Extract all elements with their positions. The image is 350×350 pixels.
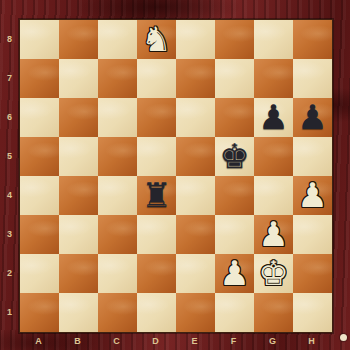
black-pawn[interactable]: ♟ xyxy=(293,98,332,137)
square-e6[interactable] xyxy=(176,98,215,137)
square-h1[interactable] xyxy=(293,293,332,332)
file-label-c: C xyxy=(97,333,136,348)
square-f5[interactable]: ♚ xyxy=(215,137,254,176)
square-g5[interactable] xyxy=(254,137,293,176)
square-f4[interactable] xyxy=(215,176,254,215)
rank-label-7: 7 xyxy=(0,58,19,97)
black-pawn[interactable]: ♟ xyxy=(254,98,293,137)
rank-label-5: 5 xyxy=(0,136,19,175)
square-b8[interactable] xyxy=(59,20,98,59)
chess-board-frame: 87654321 ♞♟♟♚♜♟♟♟♚ ABCDEFGH xyxy=(0,0,350,350)
square-a7[interactable] xyxy=(20,59,59,98)
chess-board[interactable]: ♞♟♟♚♜♟♟♟♚ xyxy=(19,19,333,333)
square-a1[interactable] xyxy=(20,293,59,332)
square-b2[interactable] xyxy=(59,254,98,293)
square-g4[interactable] xyxy=(254,176,293,215)
square-b1[interactable] xyxy=(59,293,98,332)
square-b3[interactable] xyxy=(59,215,98,254)
square-e2[interactable] xyxy=(176,254,215,293)
rank-label-2: 2 xyxy=(0,253,19,292)
square-f3[interactable] xyxy=(215,215,254,254)
file-label-h: H xyxy=(292,333,331,348)
square-h8[interactable] xyxy=(293,20,332,59)
square-f8[interactable] xyxy=(215,20,254,59)
white-king[interactable]: ♚ xyxy=(254,254,293,293)
black-king[interactable]: ♚ xyxy=(215,137,254,176)
square-e8[interactable] xyxy=(176,20,215,59)
square-a3[interactable] xyxy=(20,215,59,254)
square-g6[interactable]: ♟ xyxy=(254,98,293,137)
square-c5[interactable] xyxy=(98,137,137,176)
rank-label-8: 8 xyxy=(0,19,19,58)
file-label-f: F xyxy=(214,333,253,348)
square-g7[interactable] xyxy=(254,59,293,98)
square-d4[interactable]: ♜ xyxy=(137,176,176,215)
square-a2[interactable] xyxy=(20,254,59,293)
square-d3[interactable] xyxy=(137,215,176,254)
square-h4[interactable]: ♟ xyxy=(293,176,332,215)
square-a4[interactable] xyxy=(20,176,59,215)
rank-label-6: 6 xyxy=(0,97,19,136)
square-c4[interactable] xyxy=(98,176,137,215)
file-labels: ABCDEFGH xyxy=(19,333,331,350)
square-c6[interactable] xyxy=(98,98,137,137)
file-label-e: E xyxy=(175,333,214,348)
square-h5[interactable] xyxy=(293,137,332,176)
square-d1[interactable] xyxy=(137,293,176,332)
square-d8[interactable]: ♞ xyxy=(137,20,176,59)
square-g8[interactable] xyxy=(254,20,293,59)
square-b4[interactable] xyxy=(59,176,98,215)
side-to-move-indicator xyxy=(340,334,347,341)
square-b6[interactable] xyxy=(59,98,98,137)
square-g3[interactable]: ♟ xyxy=(254,215,293,254)
square-h6[interactable]: ♟ xyxy=(293,98,332,137)
square-d2[interactable] xyxy=(137,254,176,293)
square-f6[interactable] xyxy=(215,98,254,137)
square-d7[interactable] xyxy=(137,59,176,98)
file-label-d: D xyxy=(136,333,175,348)
square-d6[interactable] xyxy=(137,98,176,137)
file-label-g: G xyxy=(253,333,292,348)
square-g2[interactable]: ♚ xyxy=(254,254,293,293)
square-c1[interactable] xyxy=(98,293,137,332)
white-pawn[interactable]: ♟ xyxy=(293,176,332,215)
file-label-b: B xyxy=(58,333,97,348)
square-h3[interactable] xyxy=(293,215,332,254)
rank-label-3: 3 xyxy=(0,214,19,253)
square-b7[interactable] xyxy=(59,59,98,98)
rank-label-1: 1 xyxy=(0,292,19,331)
square-c8[interactable] xyxy=(98,20,137,59)
square-h2[interactable] xyxy=(293,254,332,293)
square-g1[interactable] xyxy=(254,293,293,332)
square-b5[interactable] xyxy=(59,137,98,176)
square-a6[interactable] xyxy=(20,98,59,137)
square-e4[interactable] xyxy=(176,176,215,215)
white-pawn[interactable]: ♟ xyxy=(254,215,293,254)
file-label-a: A xyxy=(19,333,58,348)
white-knight[interactable]: ♞ xyxy=(137,20,176,59)
square-f2[interactable]: ♟ xyxy=(215,254,254,293)
square-e3[interactable] xyxy=(176,215,215,254)
square-c7[interactable] xyxy=(98,59,137,98)
square-h7[interactable] xyxy=(293,59,332,98)
square-c2[interactable] xyxy=(98,254,137,293)
square-c3[interactable] xyxy=(98,215,137,254)
square-e5[interactable] xyxy=(176,137,215,176)
square-f7[interactable] xyxy=(215,59,254,98)
square-a8[interactable] xyxy=(20,20,59,59)
rank-labels: 87654321 xyxy=(0,19,19,331)
square-d5[interactable] xyxy=(137,137,176,176)
square-a5[interactable] xyxy=(20,137,59,176)
square-f1[interactable] xyxy=(215,293,254,332)
black-rook[interactable]: ♜ xyxy=(137,176,176,215)
rank-label-4: 4 xyxy=(0,175,19,214)
square-e7[interactable] xyxy=(176,59,215,98)
square-e1[interactable] xyxy=(176,293,215,332)
white-pawn[interactable]: ♟ xyxy=(215,254,254,293)
